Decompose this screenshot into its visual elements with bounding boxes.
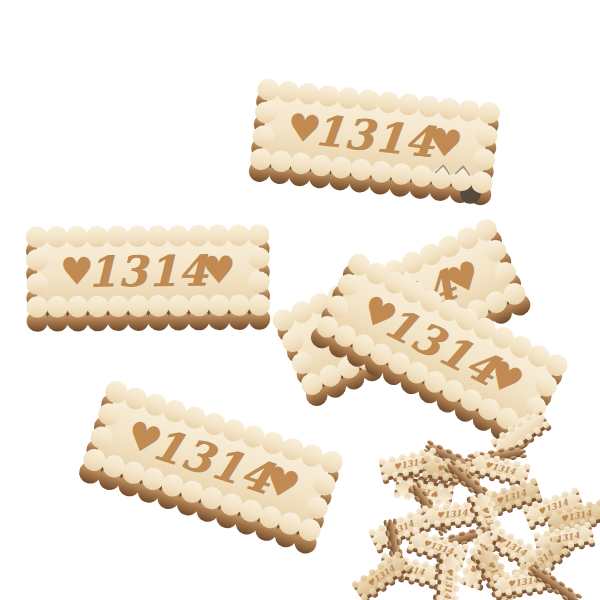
wooden-tag-top: ♥ 1314 ♥ — [248, 78, 501, 206]
wooden-tag-middle-left: ♥ 1314 ♥ — [26, 224, 271, 332]
heart-icon-right: ♥ — [202, 248, 236, 292]
wooden-tag-bottom-left: ♥ 1314 ♥ — [76, 378, 345, 556]
tag-pile: ♥1314♥1314♥1314♥1314♥1314♥1314♥1314♥1314… — [351, 407, 600, 600]
product-photo-canvas: ♥ 1314 ♥ ♥ 1314 ♥ ♥ 1314 ♥ ♥ 1314 ♥ ♥ 13… — [0, 0, 600, 600]
engraving-number: 1314 — [87, 246, 209, 296]
product-photo: ♥ 1314 ♥ ♥ 1314 ♥ ♥ 1314 ♥ ♥ 1314 ♥ ♥ 13… — [0, 0, 600, 600]
heart-icon-right: ♥ — [426, 120, 464, 167]
